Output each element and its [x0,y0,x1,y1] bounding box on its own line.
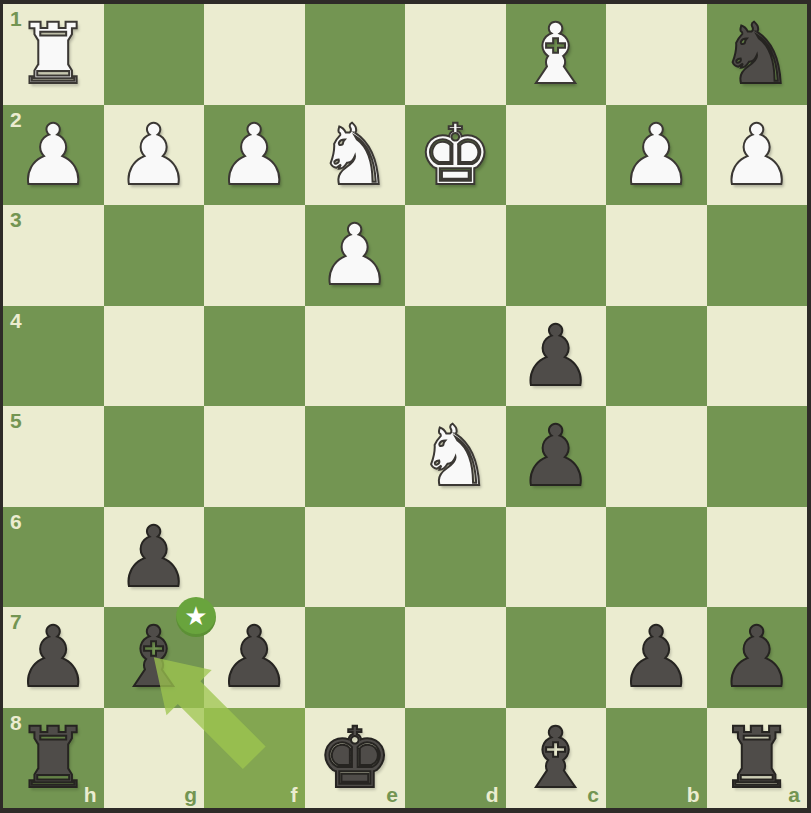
square-g3[interactable] [104,205,205,306]
square-c3[interactable] [506,205,607,306]
square-a8[interactable]: a♜ [707,708,808,809]
square-c5[interactable]: ♟ [506,406,607,507]
piece-white-bishop[interactable]: ♝ [518,12,593,96]
piece-black-pawn[interactable]: ♟ [619,615,694,699]
square-d3[interactable] [405,205,506,306]
square-f1[interactable] [204,4,305,105]
square-e2[interactable]: ♞ [305,105,406,206]
square-b8[interactable]: b [606,708,707,809]
square-a2[interactable]: ♟ [707,105,808,206]
square-c1[interactable]: ♝ [506,4,607,105]
piece-black-pawn[interactable]: ♟ [719,615,794,699]
chess-board: 1♜♝♞2♟♟♟♞♚♟♟3♟4♟5♞♟6♟7♟♝♟♟♟8h♜gfe♚dc♝ba♜ [3,4,807,808]
piece-white-knight[interactable]: ♞ [317,113,392,197]
square-h2[interactable]: 2♟ [3,105,104,206]
piece-black-rook[interactable]: ♜ [719,716,794,800]
square-e6[interactable] [305,507,406,608]
square-e1[interactable] [305,4,406,105]
square-b6[interactable] [606,507,707,608]
square-d8[interactable]: d [405,708,506,809]
square-g8[interactable]: g [104,708,205,809]
square-a7[interactable]: ♟ [707,607,808,708]
piece-black-rook[interactable]: ♜ [16,716,91,800]
square-a4[interactable] [707,306,808,407]
piece-black-king[interactable]: ♚ [317,716,392,800]
piece-white-pawn[interactable]: ♟ [619,113,694,197]
file-label-b: b [687,784,700,805]
square-g5[interactable] [104,406,205,507]
rank-label-6: 6 [10,511,22,532]
piece-black-bishop[interactable]: ♝ [518,716,593,800]
piece-black-pawn[interactable]: ♟ [518,414,593,498]
piece-white-pawn[interactable]: ♟ [116,113,191,197]
rank-label-5: 5 [10,410,22,431]
square-b2[interactable]: ♟ [606,105,707,206]
square-d2[interactable]: ♚ [405,105,506,206]
piece-white-knight[interactable]: ♞ [418,414,493,498]
square-g6[interactable]: ♟ [104,507,205,608]
piece-black-pawn[interactable]: ♟ [16,615,91,699]
square-e7[interactable] [305,607,406,708]
piece-white-pawn[interactable]: ♟ [317,213,392,297]
piece-black-pawn[interactable]: ♟ [217,615,292,699]
rank-label-4: 4 [10,310,22,331]
best-move-star-badge: ★ [176,597,216,637]
square-b5[interactable] [606,406,707,507]
square-d4[interactable] [405,306,506,407]
square-g4[interactable] [104,306,205,407]
square-f6[interactable] [204,507,305,608]
square-d7[interactable] [405,607,506,708]
square-h6[interactable]: 6 [3,507,104,608]
file-label-f: f [291,784,298,805]
square-d1[interactable] [405,4,506,105]
chess-board-window: 1♜♝♞2♟♟♟♞♚♟♟3♟4♟5♞♟6♟7♟♝♟♟♟8h♜gfe♚dc♝ba♜… [0,0,811,813]
square-h3[interactable]: 3 [3,205,104,306]
square-b3[interactable] [606,205,707,306]
square-e4[interactable] [305,306,406,407]
piece-white-pawn[interactable]: ♟ [16,113,91,197]
square-c8[interactable]: c♝ [506,708,607,809]
piece-black-knight[interactable]: ♞ [719,12,794,96]
square-f2[interactable]: ♟ [204,105,305,206]
square-h8[interactable]: 8h♜ [3,708,104,809]
rank-label-3: 3 [10,209,22,230]
piece-white-king[interactable]: ♚ [418,113,493,197]
square-c6[interactable] [506,507,607,608]
piece-black-pawn[interactable]: ♟ [116,515,191,599]
square-f3[interactable] [204,205,305,306]
star-icon: ★ [184,603,207,629]
square-h7[interactable]: 7♟ [3,607,104,708]
square-c4[interactable]: ♟ [506,306,607,407]
square-h5[interactable]: 5 [3,406,104,507]
square-e8[interactable]: e♚ [305,708,406,809]
square-f7[interactable]: ♟ [204,607,305,708]
square-c2[interactable] [506,105,607,206]
piece-white-rook[interactable]: ♜ [16,12,91,96]
square-b7[interactable]: ♟ [606,607,707,708]
square-e3[interactable]: ♟ [305,205,406,306]
square-d5[interactable]: ♞ [405,406,506,507]
file-label-d: d [486,784,499,805]
piece-black-pawn[interactable]: ♟ [518,314,593,398]
square-b1[interactable] [606,4,707,105]
square-b4[interactable] [606,306,707,407]
square-e5[interactable] [305,406,406,507]
piece-white-pawn[interactable]: ♟ [217,113,292,197]
square-a1[interactable]: ♞ [707,4,808,105]
file-label-g: g [184,784,197,805]
square-f8[interactable]: f [204,708,305,809]
square-f5[interactable] [204,406,305,507]
square-h4[interactable]: 4 [3,306,104,407]
square-c7[interactable] [506,607,607,708]
square-g2[interactable]: ♟ [104,105,205,206]
square-a6[interactable] [707,507,808,608]
square-g1[interactable] [104,4,205,105]
piece-white-pawn[interactable]: ♟ [719,113,794,197]
square-a5[interactable] [707,406,808,507]
square-h1[interactable]: 1♜ [3,4,104,105]
square-d6[interactable] [405,507,506,608]
square-a3[interactable] [707,205,808,306]
square-f4[interactable] [204,306,305,407]
